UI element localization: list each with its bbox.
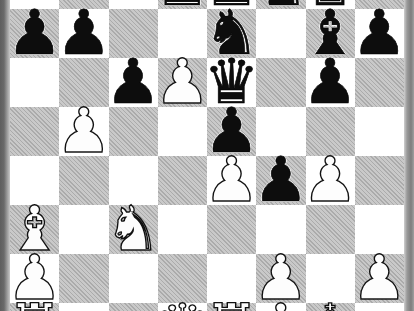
- piece-white-pawn-h2[interactable]: ♟: [352, 253, 408, 302]
- square-a6[interactable]: [10, 58, 59, 107]
- square-f7[interactable]: [256, 9, 305, 58]
- board-border-left: [0, 0, 10, 311]
- chess-diagram: ♜♜♞♚♟♟♞♝♟♟♟♛♟♟♟♟♟♟♝♞♟♟♟♜♛♜♝♚: [0, 0, 414, 311]
- square-d3[interactable]: [158, 205, 207, 254]
- square-d8[interactable]: ♜: [158, 0, 207, 9]
- square-h4[interactable]: [355, 156, 404, 205]
- piece-black-knight-f8[interactable]: ♞: [253, 0, 309, 8]
- square-d1[interactable]: ♛: [158, 303, 207, 311]
- piece-white-pawn-b5[interactable]: ♟: [56, 106, 112, 155]
- piece-white-pawn-g4[interactable]: ♟: [302, 155, 358, 204]
- piece-white-bishop-f1[interactable]: ♝: [253, 302, 309, 311]
- square-h5[interactable]: [355, 107, 404, 156]
- square-g3[interactable]: [306, 205, 355, 254]
- square-a5[interactable]: [10, 107, 59, 156]
- board-border-right: [404, 0, 414, 311]
- piece-white-rook-a1[interactable]: ♜: [7, 302, 63, 311]
- square-b1[interactable]: [59, 303, 108, 311]
- piece-black-pawn-a7[interactable]: ♟: [7, 8, 63, 57]
- square-f4[interactable]: ♟: [256, 156, 305, 205]
- square-g4[interactable]: ♟: [306, 156, 355, 205]
- square-a7[interactable]: ♟: [10, 9, 59, 58]
- square-c2[interactable]: [109, 254, 158, 303]
- chess-board: ♜♜♞♚♟♟♞♝♟♟♟♛♟♟♟♟♟♟♝♞♟♟♟♜♛♜♝♚: [10, 0, 404, 311]
- square-c5[interactable]: [109, 107, 158, 156]
- piece-black-pawn-c6[interactable]: ♟: [105, 57, 161, 106]
- square-h1[interactable]: [355, 303, 404, 311]
- square-e3[interactable]: [207, 205, 256, 254]
- square-h2[interactable]: ♟: [355, 254, 404, 303]
- piece-white-queen-d1[interactable]: ♛: [155, 302, 211, 311]
- square-g1[interactable]: ♚: [306, 303, 355, 311]
- piece-black-pawn-f4[interactable]: ♟: [253, 155, 309, 204]
- square-h7[interactable]: ♟: [355, 9, 404, 58]
- piece-white-king-g1[interactable]: ♚: [302, 302, 358, 311]
- piece-white-pawn-d6[interactable]: ♟: [155, 57, 211, 106]
- piece-black-rook-d8[interactable]: ♜: [155, 0, 211, 8]
- square-d5[interactable]: [158, 107, 207, 156]
- square-c3[interactable]: ♞: [109, 205, 158, 254]
- square-c1[interactable]: [109, 303, 158, 311]
- square-e4[interactable]: ♟: [207, 156, 256, 205]
- square-b7[interactable]: ♟: [59, 9, 108, 58]
- square-f1[interactable]: ♝: [256, 303, 305, 311]
- square-g6[interactable]: ♟: [306, 58, 355, 107]
- piece-white-rook-e1[interactable]: ♜: [204, 302, 260, 311]
- square-h6[interactable]: [355, 58, 404, 107]
- square-c8[interactable]: [109, 0, 158, 9]
- piece-black-pawn-b7[interactable]: ♟: [56, 8, 112, 57]
- square-e1[interactable]: ♜: [207, 303, 256, 311]
- square-d6[interactable]: ♟: [158, 58, 207, 107]
- square-b2[interactable]: [59, 254, 108, 303]
- piece-white-knight-c3[interactable]: ♞: [105, 204, 161, 253]
- square-b4[interactable]: [59, 156, 108, 205]
- square-a1[interactable]: ♜: [10, 303, 59, 311]
- square-f6[interactable]: [256, 58, 305, 107]
- piece-white-pawn-e4[interactable]: ♟: [204, 155, 260, 204]
- square-f8[interactable]: ♞: [256, 0, 305, 9]
- square-b3[interactable]: [59, 205, 108, 254]
- square-d4[interactable]: [158, 156, 207, 205]
- piece-black-pawn-h7[interactable]: ♟: [352, 8, 408, 57]
- square-c6[interactable]: ♟: [109, 58, 158, 107]
- square-b5[interactable]: ♟: [59, 107, 108, 156]
- piece-black-pawn-g6[interactable]: ♟: [302, 57, 358, 106]
